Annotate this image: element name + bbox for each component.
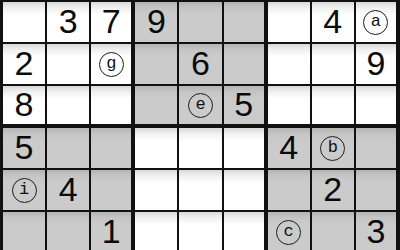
- cell-r1c6[interactable]: [224, 2, 268, 44]
- cell-r3c5[interactable]: e: [179, 86, 223, 128]
- cell-r5c4[interactable]: [135, 170, 179, 212]
- given-digit: 5: [234, 87, 253, 123]
- cell-r3c4[interactable]: [135, 86, 179, 128]
- cell-r5c8[interactable]: 2: [312, 170, 356, 212]
- cell-r2c7[interactable]: [268, 44, 312, 86]
- circled-letter-marker-e: e: [188, 93, 213, 118]
- cell-r5c7[interactable]: [268, 170, 312, 212]
- cell-r6c9[interactable]: 3: [356, 212, 400, 250]
- cell-r6c8[interactable]: [312, 212, 356, 250]
- given-digit: 9: [366, 46, 385, 82]
- cell-r6c1[interactable]: [3, 212, 47, 250]
- circled-letter-marker-b: b: [320, 136, 345, 161]
- cell-r3c6[interactable]: 5: [224, 86, 268, 128]
- cell-r6c5[interactable]: [179, 212, 223, 250]
- circled-letter-marker-i: i: [12, 178, 37, 203]
- given-digit: 6: [191, 46, 210, 82]
- cell-r4c6[interactable]: [224, 128, 268, 170]
- circled-letter-marker-c: c: [276, 220, 301, 245]
- cell-r2c9[interactable]: 9: [356, 44, 400, 86]
- cell-r6c6[interactable]: [224, 212, 268, 250]
- cell-r5c5[interactable]: [179, 170, 223, 212]
- cell-r4c2[interactable]: [47, 128, 91, 170]
- cell-r5c1[interactable]: i: [3, 170, 47, 212]
- cell-r1c8[interactable]: 4: [312, 2, 356, 44]
- cell-r4c8[interactable]: b: [312, 128, 356, 170]
- cell-r3c7[interactable]: [268, 86, 312, 128]
- given-digit: 1: [102, 214, 121, 250]
- cell-r2c1[interactable]: 2: [3, 44, 47, 86]
- cell-r1c3[interactable]: 7: [91, 2, 135, 44]
- cell-r3c8[interactable]: [312, 86, 356, 128]
- cell-r2c4[interactable]: [135, 44, 179, 86]
- cell-r6c3[interactable]: 1: [91, 212, 135, 250]
- given-digit: 9: [147, 4, 166, 40]
- cell-r6c7[interactable]: c: [268, 212, 312, 250]
- circled-letter-marker-g: g: [99, 52, 124, 77]
- given-digit: 4: [323, 4, 342, 40]
- cell-r2c5[interactable]: 6: [179, 44, 223, 86]
- cell-r6c4[interactable]: [135, 212, 179, 250]
- given-digit: 3: [366, 214, 385, 250]
- cell-r5c6[interactable]: [224, 170, 268, 212]
- sudoku-screenshot: 3794a2g698e554bi421c3: [0, 0, 400, 250]
- given-digit: 4: [279, 130, 298, 166]
- cell-r5c3[interactable]: [91, 170, 135, 212]
- cell-r4c3[interactable]: [91, 128, 135, 170]
- cell-r3c3[interactable]: [91, 86, 135, 128]
- given-digit: 5: [15, 130, 34, 166]
- cell-r4c1[interactable]: 5: [3, 128, 47, 170]
- cell-r3c9[interactable]: [356, 86, 400, 128]
- cell-r5c9[interactable]: [356, 170, 400, 212]
- cell-r2c8[interactable]: [312, 44, 356, 86]
- given-digit: 3: [59, 4, 78, 40]
- cell-r1c7[interactable]: [268, 2, 312, 44]
- cell-r2c6[interactable]: [224, 44, 268, 86]
- cell-r6c2[interactable]: [47, 212, 91, 250]
- cell-r3c2[interactable]: [47, 86, 91, 128]
- cell-r4c9[interactable]: [356, 128, 400, 170]
- cell-r4c4[interactable]: [135, 128, 179, 170]
- given-digit: 2: [15, 46, 34, 82]
- cell-r1c5[interactable]: [179, 2, 223, 44]
- cell-r4c7[interactable]: 4: [268, 128, 312, 170]
- cell-r3c1[interactable]: 8: [3, 86, 47, 128]
- cell-r1c2[interactable]: 3: [47, 2, 91, 44]
- given-digit: 7: [102, 4, 121, 40]
- cell-r1c4[interactable]: 9: [135, 2, 179, 44]
- cell-r5c2[interactable]: 4: [47, 170, 91, 212]
- circled-letter-marker-a: a: [363, 10, 388, 35]
- given-digit: 2: [323, 172, 342, 208]
- sudoku-board: 3794a2g698e554bi421c3: [0, 0, 400, 250]
- cell-r4c5[interactable]: [179, 128, 223, 170]
- given-digit: 8: [15, 87, 34, 123]
- given-digit: 4: [59, 172, 78, 208]
- cell-r2c2[interactable]: [47, 44, 91, 86]
- cell-r2c3[interactable]: g: [91, 44, 135, 86]
- cell-r1c1[interactable]: [3, 2, 47, 44]
- cell-r1c9[interactable]: a: [356, 2, 400, 44]
